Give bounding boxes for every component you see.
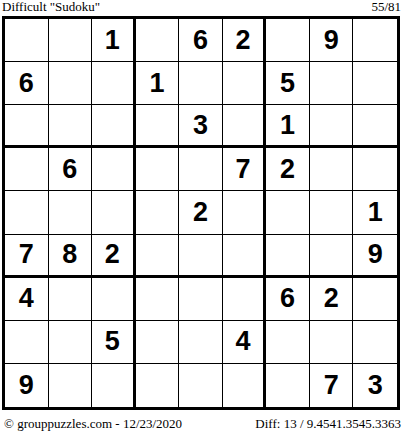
cell-r7c1[interactable]: 4 bbox=[5, 278, 49, 321]
cell-r4c9[interactable] bbox=[353, 148, 397, 191]
cell-r9c3[interactable] bbox=[92, 364, 136, 407]
cell-r9c8[interactable]: 7 bbox=[310, 364, 354, 407]
cell-r5c2[interactable] bbox=[49, 191, 93, 234]
cell-r7c2[interactable] bbox=[49, 278, 93, 321]
cell-r5c4[interactable] bbox=[136, 191, 180, 234]
cell-r1c4[interactable] bbox=[136, 19, 180, 62]
cell-r6c6[interactable] bbox=[223, 235, 267, 278]
cell-r8c1[interactable] bbox=[5, 321, 49, 364]
cell-r4c4[interactable] bbox=[136, 148, 180, 191]
cell-r9c1[interactable]: 9 bbox=[5, 364, 49, 407]
cell-r8c2[interactable] bbox=[49, 321, 93, 364]
cell-r1c5[interactable]: 6 bbox=[179, 19, 223, 62]
cell-r6c5[interactable] bbox=[179, 235, 223, 278]
cell-r9c2[interactable] bbox=[49, 364, 93, 407]
cell-r4c1[interactable] bbox=[5, 148, 49, 191]
cell-r6c2[interactable]: 8 bbox=[49, 235, 93, 278]
cell-r8c6[interactable]: 4 bbox=[223, 321, 267, 364]
cell-r8c5[interactable] bbox=[179, 321, 223, 364]
footer: © grouppuzzles.com - 12/23/2020 Diff: 13… bbox=[0, 416, 402, 431]
cell-r5c5[interactable]: 2 bbox=[179, 191, 223, 234]
cell-r4c7[interactable]: 2 bbox=[266, 148, 310, 191]
cell-r1c9[interactable] bbox=[353, 19, 397, 62]
cell-r6c1[interactable]: 7 bbox=[5, 235, 49, 278]
header: Difficult "Sudoku" 55/81 bbox=[0, 0, 402, 16]
difficulty-text: Diff: 13 / 9.4541.3545.3363 bbox=[255, 416, 401, 431]
cell-r5c7[interactable] bbox=[266, 191, 310, 234]
cell-r6c7[interactable] bbox=[266, 235, 310, 278]
cell-r6c8[interactable] bbox=[310, 235, 354, 278]
cell-r3c2[interactable] bbox=[49, 105, 93, 148]
cell-r2c2[interactable] bbox=[49, 62, 93, 105]
cell-r7c4[interactable] bbox=[136, 278, 180, 321]
cell-r7c3[interactable] bbox=[92, 278, 136, 321]
sudoku-board: 16296153167221782946254973 bbox=[2, 16, 400, 410]
cell-r3c6[interactable] bbox=[223, 105, 267, 148]
cell-r5c9[interactable]: 1 bbox=[353, 191, 397, 234]
cell-r2c9[interactable] bbox=[353, 62, 397, 105]
cell-r2c6[interactable] bbox=[223, 62, 267, 105]
cell-r4c2[interactable]: 6 bbox=[49, 148, 93, 191]
cell-r2c5[interactable] bbox=[179, 62, 223, 105]
cell-r6c4[interactable] bbox=[136, 235, 180, 278]
cell-r8c4[interactable] bbox=[136, 321, 180, 364]
cell-r5c3[interactable] bbox=[92, 191, 136, 234]
cell-r9c4[interactable] bbox=[136, 364, 180, 407]
cell-r9c7[interactable] bbox=[266, 364, 310, 407]
cell-r7c9[interactable] bbox=[353, 278, 397, 321]
cell-r3c5[interactable]: 3 bbox=[179, 105, 223, 148]
cell-r1c7[interactable] bbox=[266, 19, 310, 62]
cell-r7c6[interactable] bbox=[223, 278, 267, 321]
cell-r1c1[interactable] bbox=[5, 19, 49, 62]
cell-r8c8[interactable] bbox=[310, 321, 354, 364]
cell-r1c8[interactable]: 9 bbox=[310, 19, 354, 62]
cell-r9c6[interactable] bbox=[223, 364, 267, 407]
cell-r5c1[interactable] bbox=[5, 191, 49, 234]
cell-r8c3[interactable]: 5 bbox=[92, 321, 136, 364]
cell-r4c8[interactable] bbox=[310, 148, 354, 191]
cell-r4c6[interactable]: 7 bbox=[223, 148, 267, 191]
cell-r2c4[interactable]: 1 bbox=[136, 62, 180, 105]
cell-r3c1[interactable] bbox=[5, 105, 49, 148]
cell-r3c4[interactable] bbox=[136, 105, 180, 148]
cell-r2c8[interactable] bbox=[310, 62, 354, 105]
cell-r2c3[interactable] bbox=[92, 62, 136, 105]
cell-r3c7[interactable]: 1 bbox=[266, 105, 310, 148]
cell-r7c8[interactable]: 2 bbox=[310, 278, 354, 321]
cell-r1c2[interactable] bbox=[49, 19, 93, 62]
cell-r5c6[interactable] bbox=[223, 191, 267, 234]
cell-r3c8[interactable] bbox=[310, 105, 354, 148]
cell-r4c3[interactable] bbox=[92, 148, 136, 191]
cell-r7c5[interactable] bbox=[179, 278, 223, 321]
cell-r1c3[interactable]: 1 bbox=[92, 19, 136, 62]
copyright-text: © grouppuzzles.com - 12/23/2020 bbox=[4, 416, 182, 431]
cell-r2c7[interactable]: 5 bbox=[266, 62, 310, 105]
puzzle-title: Difficult "Sudoku" bbox=[2, 0, 100, 14]
cell-r6c9[interactable]: 9 bbox=[353, 235, 397, 278]
cell-r4c5[interactable] bbox=[179, 148, 223, 191]
cell-r2c1[interactable]: 6 bbox=[5, 62, 49, 105]
cell-r3c9[interactable] bbox=[353, 105, 397, 148]
cell-r8c9[interactable] bbox=[353, 321, 397, 364]
cell-r9c5[interactable] bbox=[179, 364, 223, 407]
progress-counter: 55/81 bbox=[371, 0, 401, 14]
cell-r1c6[interactable]: 2 bbox=[223, 19, 267, 62]
cell-r8c7[interactable] bbox=[266, 321, 310, 364]
cell-r6c3[interactable]: 2 bbox=[92, 235, 136, 278]
cell-r7c7[interactable]: 6 bbox=[266, 278, 310, 321]
cell-r5c8[interactable] bbox=[310, 191, 354, 234]
cell-r3c3[interactable] bbox=[92, 105, 136, 148]
cell-r9c9[interactable]: 3 bbox=[353, 364, 397, 407]
